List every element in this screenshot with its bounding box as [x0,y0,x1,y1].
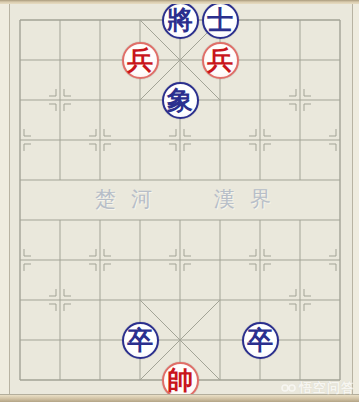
piece-black-soldier[interactable]: 卒 [242,322,279,359]
piece-black-general[interactable]: 將 [162,2,199,39]
piece-red-soldier[interactable]: 兵 [122,42,159,79]
piece-black-soldier[interactable]: 卒 [122,322,159,359]
xiangqi-board: 楚河 漢界 將士兵兵象卒卒帥 悟空问答 [0,0,359,402]
board-frame-left [9,4,10,394]
piece-black-elephant[interactable]: 象 [162,82,199,119]
piece-red-soldier[interactable]: 兵 [202,42,239,79]
piece-black-advisor[interactable]: 士 [202,2,239,39]
frame-right-margin [353,4,359,394]
piece-red-general[interactable]: 帥 [162,362,199,399]
board-frame-right [352,4,353,394]
pieces-layer: 將士兵兵象卒卒帥 [0,0,359,400]
frame-left-margin [0,4,9,394]
board-frame-top [0,0,359,4]
board-frame-bottom [0,394,359,402]
